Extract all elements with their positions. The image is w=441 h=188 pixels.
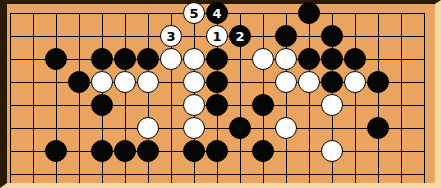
white-stone xyxy=(275,71,297,93)
intersection[interactable] xyxy=(91,140,114,163)
intersection[interactable] xyxy=(252,2,275,25)
black-stone xyxy=(183,140,205,162)
intersection[interactable] xyxy=(114,48,137,71)
intersection[interactable] xyxy=(275,163,298,186)
intersection[interactable] xyxy=(252,117,275,140)
intersection[interactable] xyxy=(229,2,252,25)
black-stone xyxy=(91,48,113,70)
intersection[interactable] xyxy=(183,117,206,140)
white-stone xyxy=(298,71,320,93)
go-board[interactable]: 54312 xyxy=(0,0,441,188)
intersection[interactable] xyxy=(0,94,22,117)
intersection[interactable] xyxy=(298,25,321,48)
intersection[interactable] xyxy=(68,117,91,140)
intersection[interactable] xyxy=(45,140,68,163)
intersection[interactable] xyxy=(137,48,160,71)
intersection[interactable] xyxy=(390,94,413,117)
white-stone xyxy=(183,48,205,70)
intersection[interactable] xyxy=(137,94,160,117)
intersection[interactable] xyxy=(91,71,114,94)
white-stone xyxy=(321,140,343,162)
intersection[interactable] xyxy=(160,71,183,94)
intersection[interactable] xyxy=(344,25,367,48)
intersection[interactable] xyxy=(344,140,367,163)
intersection[interactable] xyxy=(0,25,22,48)
intersection[interactable]: 3 xyxy=(160,25,183,48)
intersection[interactable] xyxy=(45,117,68,140)
intersection[interactable] xyxy=(91,48,114,71)
go-diagram: 54312 xyxy=(0,0,441,188)
black-stone xyxy=(114,48,136,70)
intersection[interactable] xyxy=(137,117,160,140)
intersection[interactable] xyxy=(114,71,137,94)
black-stone xyxy=(275,25,297,47)
intersection[interactable] xyxy=(321,71,344,94)
intersection[interactable] xyxy=(0,163,22,186)
intersection[interactable] xyxy=(22,163,45,186)
intersection[interactable] xyxy=(321,94,344,117)
intersection[interactable] xyxy=(137,140,160,163)
black-stone-move-4: 4 xyxy=(206,2,228,24)
intersection[interactable] xyxy=(390,71,413,94)
white-stone xyxy=(91,71,113,93)
intersection[interactable] xyxy=(206,71,229,94)
intersection[interactable] xyxy=(390,48,413,71)
intersection[interactable] xyxy=(183,94,206,117)
intersection[interactable] xyxy=(344,94,367,117)
intersection[interactable] xyxy=(160,117,183,140)
intersection[interactable]: 4 xyxy=(206,2,229,25)
intersection[interactable] xyxy=(344,48,367,71)
intersection[interactable] xyxy=(183,25,206,48)
intersection[interactable] xyxy=(160,140,183,163)
white-stone xyxy=(321,94,343,116)
intersection[interactable] xyxy=(68,48,91,71)
black-stone xyxy=(298,48,320,70)
intersection[interactable] xyxy=(160,2,183,25)
black-stone-move-2: 2 xyxy=(229,25,251,47)
intersection[interactable] xyxy=(321,117,344,140)
board-intersections: 54312 xyxy=(0,2,436,186)
intersection[interactable]: 5 xyxy=(183,2,206,25)
intersection[interactable] xyxy=(68,140,91,163)
black-stone xyxy=(91,94,113,116)
intersection[interactable] xyxy=(114,94,137,117)
intersection[interactable] xyxy=(45,71,68,94)
white-stone-move-3: 3 xyxy=(160,25,182,47)
intersection[interactable] xyxy=(252,71,275,94)
intersection[interactable] xyxy=(413,71,436,94)
black-stone xyxy=(68,71,90,93)
intersection[interactable] xyxy=(91,163,114,186)
white-stone xyxy=(137,117,159,139)
intersection[interactable] xyxy=(321,163,344,186)
intersection[interactable] xyxy=(91,2,114,25)
intersection[interactable] xyxy=(22,140,45,163)
intersection[interactable] xyxy=(229,94,252,117)
intersection[interactable] xyxy=(344,163,367,186)
black-stone xyxy=(206,48,228,70)
intersection[interactable] xyxy=(390,117,413,140)
intersection[interactable] xyxy=(206,48,229,71)
intersection[interactable] xyxy=(413,117,436,140)
intersection[interactable] xyxy=(0,140,22,163)
intersection[interactable] xyxy=(137,2,160,25)
black-stone xyxy=(367,117,389,139)
white-stone xyxy=(137,71,159,93)
intersection[interactable] xyxy=(68,94,91,117)
intersection[interactable] xyxy=(68,2,91,25)
black-stone xyxy=(321,71,343,93)
intersection[interactable] xyxy=(22,94,45,117)
intersection[interactable] xyxy=(298,94,321,117)
intersection[interactable] xyxy=(137,163,160,186)
intersection[interactable] xyxy=(275,25,298,48)
intersection[interactable] xyxy=(0,71,22,94)
intersection[interactable] xyxy=(413,48,436,71)
intersection[interactable] xyxy=(45,25,68,48)
intersection[interactable] xyxy=(91,94,114,117)
intersection[interactable] xyxy=(275,140,298,163)
intersection[interactable] xyxy=(0,48,22,71)
intersection[interactable] xyxy=(367,140,390,163)
intersection[interactable] xyxy=(367,117,390,140)
black-stone xyxy=(206,140,228,162)
intersection[interactable] xyxy=(298,48,321,71)
black-stone xyxy=(45,48,67,70)
black-stone xyxy=(137,140,159,162)
white-stone xyxy=(160,48,182,70)
intersection[interactable] xyxy=(275,71,298,94)
intersection[interactable] xyxy=(229,71,252,94)
intersection[interactable] xyxy=(114,25,137,48)
intersection[interactable] xyxy=(321,48,344,71)
intersection[interactable] xyxy=(229,140,252,163)
black-stone xyxy=(252,140,274,162)
intersection[interactable] xyxy=(275,117,298,140)
white-stone xyxy=(275,48,297,70)
intersection[interactable] xyxy=(321,140,344,163)
black-stone xyxy=(229,117,251,139)
intersection[interactable] xyxy=(114,2,137,25)
intersection[interactable] xyxy=(206,163,229,186)
black-stone xyxy=(91,140,113,162)
intersection[interactable] xyxy=(160,48,183,71)
black-stone xyxy=(137,48,159,70)
intersection[interactable] xyxy=(344,71,367,94)
intersection[interactable] xyxy=(45,163,68,186)
white-stone xyxy=(252,48,274,70)
intersection[interactable] xyxy=(0,2,22,25)
black-stone xyxy=(45,140,67,162)
intersection[interactable] xyxy=(298,140,321,163)
white-stone-move-5: 5 xyxy=(183,2,205,24)
intersection[interactable] xyxy=(344,2,367,25)
intersection[interactable] xyxy=(252,140,275,163)
intersection[interactable] xyxy=(22,25,45,48)
black-stone xyxy=(321,25,343,47)
intersection[interactable] xyxy=(160,163,183,186)
intersection[interactable] xyxy=(137,71,160,94)
intersection[interactable] xyxy=(22,48,45,71)
intersection[interactable] xyxy=(206,117,229,140)
intersection[interactable] xyxy=(22,71,45,94)
intersection[interactable] xyxy=(68,71,91,94)
intersection[interactable] xyxy=(390,140,413,163)
intersection[interactable] xyxy=(275,94,298,117)
intersection[interactable] xyxy=(183,48,206,71)
intersection[interactable] xyxy=(22,2,45,25)
intersection[interactable] xyxy=(413,140,436,163)
intersection[interactable] xyxy=(367,48,390,71)
intersection[interactable] xyxy=(114,163,137,186)
intersection[interactable] xyxy=(367,25,390,48)
intersection[interactable] xyxy=(137,25,160,48)
intersection[interactable] xyxy=(252,163,275,186)
intersection[interactable] xyxy=(206,94,229,117)
intersection[interactable] xyxy=(183,140,206,163)
intersection[interactable] xyxy=(22,117,45,140)
black-stone xyxy=(344,48,366,70)
intersection[interactable] xyxy=(252,48,275,71)
intersection[interactable] xyxy=(367,163,390,186)
black-stone xyxy=(114,140,136,162)
intersection[interactable] xyxy=(229,117,252,140)
intersection[interactable] xyxy=(298,71,321,94)
intersection[interactable]: 1 xyxy=(206,25,229,48)
intersection[interactable] xyxy=(183,71,206,94)
intersection[interactable] xyxy=(68,163,91,186)
intersection[interactable] xyxy=(344,117,367,140)
intersection[interactable] xyxy=(298,117,321,140)
intersection[interactable] xyxy=(206,140,229,163)
black-stone xyxy=(206,94,228,116)
black-stone xyxy=(252,94,274,116)
intersection[interactable] xyxy=(183,163,206,186)
intersection[interactable] xyxy=(91,25,114,48)
white-stone xyxy=(275,117,297,139)
intersection[interactable] xyxy=(413,163,436,186)
intersection[interactable] xyxy=(413,2,436,25)
intersection[interactable] xyxy=(252,25,275,48)
black-stone xyxy=(367,71,389,93)
intersection[interactable] xyxy=(45,48,68,71)
intersection[interactable] xyxy=(45,94,68,117)
intersection[interactable] xyxy=(252,94,275,117)
black-stone xyxy=(206,71,228,93)
intersection[interactable] xyxy=(321,25,344,48)
intersection[interactable] xyxy=(160,94,183,117)
white-stone xyxy=(183,71,205,93)
white-stone-move-1: 1 xyxy=(206,25,228,47)
intersection[interactable] xyxy=(413,94,436,117)
white-stone xyxy=(114,71,136,93)
intersection[interactable] xyxy=(367,2,390,25)
intersection[interactable] xyxy=(367,94,390,117)
white-stone xyxy=(183,117,205,139)
intersection[interactable] xyxy=(229,163,252,186)
intersection[interactable] xyxy=(0,117,22,140)
intersection[interactable] xyxy=(367,71,390,94)
white-stone xyxy=(344,71,366,93)
intersection[interactable] xyxy=(390,25,413,48)
intersection[interactable] xyxy=(390,163,413,186)
white-stone xyxy=(183,94,205,116)
intersection[interactable] xyxy=(91,117,114,140)
intersection[interactable] xyxy=(275,48,298,71)
intersection[interactable] xyxy=(413,25,436,48)
intersection[interactable] xyxy=(68,25,91,48)
intersection[interactable] xyxy=(45,2,68,25)
intersection[interactable] xyxy=(114,117,137,140)
intersection[interactable] xyxy=(321,2,344,25)
intersection[interactable] xyxy=(275,2,298,25)
intersection[interactable]: 2 xyxy=(229,25,252,48)
black-stone xyxy=(321,48,343,70)
black-stone xyxy=(298,2,320,24)
intersection[interactable] xyxy=(298,163,321,186)
intersection[interactable] xyxy=(390,2,413,25)
intersection[interactable] xyxy=(298,2,321,25)
intersection[interactable] xyxy=(229,48,252,71)
intersection[interactable] xyxy=(114,140,137,163)
